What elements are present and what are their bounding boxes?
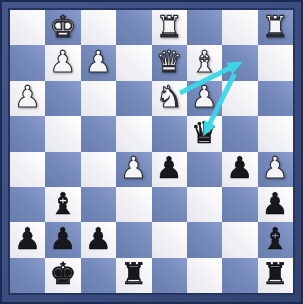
square-g7[interactable] [222, 45, 257, 80]
square-f8[interactable] [187, 10, 222, 45]
black-pawn[interactable]: ♟ [50, 224, 77, 254]
square-c5[interactable] [81, 116, 116, 151]
square-f7[interactable]: ♝ [187, 45, 222, 80]
square-e2[interactable] [152, 222, 187, 257]
square-e8[interactable]: ♜ [152, 10, 187, 45]
white-pawn[interactable]: ♟ [85, 47, 112, 77]
square-g8[interactable] [222, 10, 257, 45]
square-g4[interactable]: ♟ [222, 152, 257, 187]
black-bishop[interactable]: ♝ [50, 189, 77, 219]
white-pawn[interactable]: ♟ [120, 153, 147, 183]
square-e1[interactable] [152, 258, 187, 293]
square-c1[interactable] [81, 258, 116, 293]
white-pawn[interactable]: ♟ [50, 47, 77, 77]
square-f1[interactable] [187, 258, 222, 293]
square-h1[interactable]: ♜ [258, 258, 293, 293]
square-a7[interactable] [10, 45, 45, 80]
white-queen[interactable]: ♛ [156, 47, 183, 77]
square-e4[interactable]: ♟ [152, 152, 187, 187]
square-h5[interactable] [258, 116, 293, 151]
black-pawn[interactable]: ♟ [85, 224, 112, 254]
square-c7[interactable]: ♟ [81, 45, 116, 80]
square-e7[interactable]: ♛ [152, 45, 187, 80]
black-rook[interactable]: ♜ [120, 259, 147, 289]
square-a2[interactable]: ♟ [10, 222, 45, 257]
square-g3[interactable] [222, 187, 257, 222]
black-pawn[interactable]: ♟ [156, 153, 183, 183]
square-d1[interactable]: ♜ [116, 258, 151, 293]
square-b4[interactable] [45, 152, 80, 187]
square-c8[interactable] [81, 10, 116, 45]
black-bishop[interactable]: ♝ [262, 224, 289, 254]
square-e6[interactable]: ♞ [152, 81, 187, 116]
black-rook[interactable]: ♜ [262, 259, 289, 289]
square-e3[interactable] [152, 187, 187, 222]
square-f3[interactable] [187, 187, 222, 222]
white-rook[interactable]: ♜ [156, 12, 183, 42]
square-g5[interactable] [222, 116, 257, 151]
white-knight[interactable]: ♞ [156, 82, 183, 112]
square-b2[interactable]: ♟ [45, 222, 80, 257]
square-a4[interactable] [10, 152, 45, 187]
black-pawn[interactable]: ♟ [226, 153, 253, 183]
square-h7[interactable] [258, 45, 293, 80]
square-c6[interactable] [81, 81, 116, 116]
square-h4[interactable]: ♟ [258, 152, 293, 187]
white-pawn[interactable]: ♟ [191, 82, 218, 112]
black-king[interactable]: ♚ [50, 259, 77, 289]
white-king[interactable]: ♚ [50, 12, 77, 42]
square-f4[interactable] [187, 152, 222, 187]
square-h3[interactable]: ♟ [258, 187, 293, 222]
square-d6[interactable] [116, 81, 151, 116]
square-c3[interactable] [81, 187, 116, 222]
square-g6[interactable] [222, 81, 257, 116]
square-b8[interactable]: ♚ [45, 10, 80, 45]
square-g1[interactable] [222, 258, 257, 293]
square-f6[interactable]: ♟ [187, 81, 222, 116]
square-a1[interactable] [10, 258, 45, 293]
square-h8[interactable]: ♜ [258, 10, 293, 45]
white-bishop[interactable]: ♝ [191, 47, 218, 77]
chess-board: ♚♜♜♟♟♛♝♟♞♟♛♟♟♟♟♝♟♟♟♟♝♚♜♜ [8, 8, 295, 295]
square-d5[interactable] [116, 116, 151, 151]
square-d7[interactable] [116, 45, 151, 80]
black-pawn[interactable]: ♟ [14, 224, 41, 254]
white-rook[interactable]: ♜ [262, 12, 289, 42]
square-d8[interactable] [116, 10, 151, 45]
square-a6[interactable]: ♟ [10, 81, 45, 116]
white-pawn[interactable]: ♟ [262, 153, 289, 183]
square-c2[interactable]: ♟ [81, 222, 116, 257]
chess-app: ♚♜♜♟♟♛♝♟♞♟♛♟♟♟♟♝♟♟♟♟♝♚♜♜ [0, 0, 303, 304]
square-g2[interactable] [222, 222, 257, 257]
square-b1[interactable]: ♚ [45, 258, 80, 293]
square-b7[interactable]: ♟ [45, 45, 80, 80]
square-f2[interactable] [187, 222, 222, 257]
square-f5[interactable]: ♛ [187, 116, 222, 151]
square-b3[interactable]: ♝ [45, 187, 80, 222]
black-queen[interactable]: ♛ [191, 118, 218, 148]
square-c4[interactable] [81, 152, 116, 187]
square-d3[interactable] [116, 187, 151, 222]
black-pawn[interactable]: ♟ [262, 189, 289, 219]
square-h6[interactable] [258, 81, 293, 116]
square-d2[interactable] [116, 222, 151, 257]
square-a8[interactable] [10, 10, 45, 45]
square-a3[interactable] [10, 187, 45, 222]
white-pawn[interactable]: ♟ [14, 82, 41, 112]
square-e5[interactable] [152, 116, 187, 151]
square-h2[interactable]: ♝ [258, 222, 293, 257]
square-a5[interactable] [10, 116, 45, 151]
square-d4[interactable]: ♟ [116, 152, 151, 187]
square-b6[interactable] [45, 81, 80, 116]
square-b5[interactable] [45, 116, 80, 151]
